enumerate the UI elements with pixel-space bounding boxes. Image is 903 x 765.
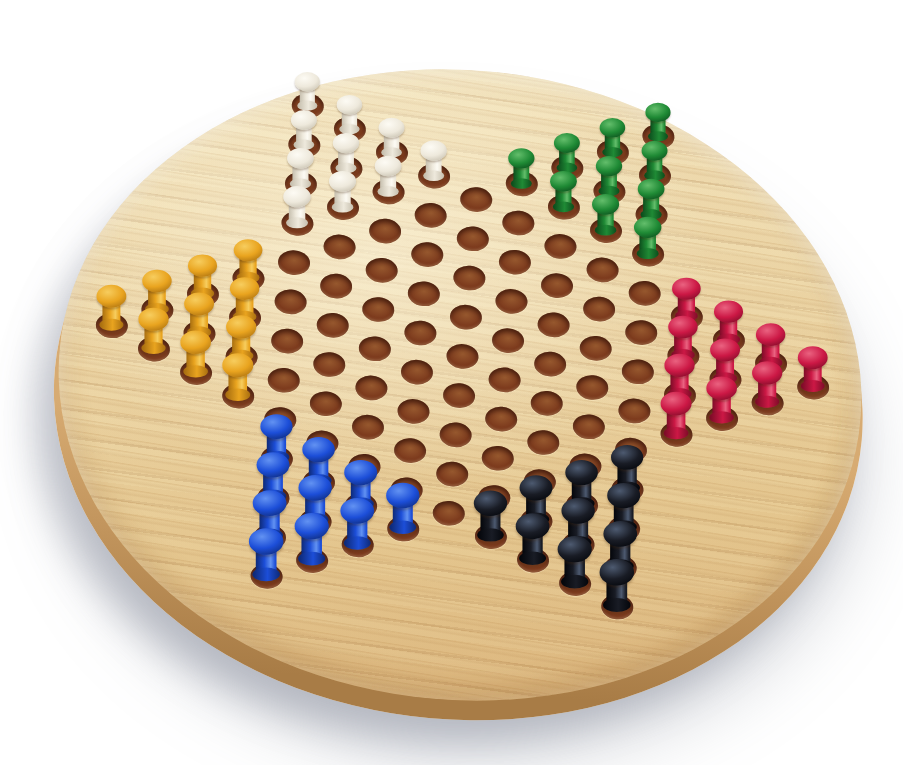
peg-foot: [801, 380, 825, 392]
peg-foot: [183, 365, 208, 377]
board-cell: [309, 304, 356, 347]
peg-green[interactable]: [596, 156, 622, 196]
peg-green[interactable]: [554, 133, 580, 173]
peg-head: [230, 277, 259, 300]
hole[interactable]: [494, 288, 528, 315]
board-cell: [552, 562, 599, 605]
peg-green[interactable]: [600, 118, 626, 157]
peg-head: [379, 118, 405, 138]
peg-white[interactable]: [379, 118, 405, 158]
board-cell: [621, 272, 668, 315]
board-cell: [449, 217, 496, 260]
hole[interactable]: [586, 256, 620, 283]
board-cell: [478, 398, 525, 441]
peg-foot: [553, 201, 574, 212]
board-cell: [267, 280, 314, 323]
board-cell: [624, 233, 671, 276]
peg-foot: [755, 396, 779, 408]
board-cell: [316, 225, 363, 268]
board-cell: [474, 437, 521, 480]
peg-foot: [141, 342, 165, 354]
hole[interactable]: [543, 233, 577, 260]
peg-head: [645, 103, 670, 122]
hole[interactable]: [579, 335, 613, 362]
hole[interactable]: [316, 312, 350, 339]
peg-red[interactable]: [706, 377, 737, 424]
peg-head: [222, 353, 253, 377]
board-cell: [289, 539, 336, 582]
peg-head: [642, 141, 668, 161]
peg-foot: [286, 217, 308, 228]
peg-black[interactable]: [516, 513, 550, 565]
board-cell: [215, 375, 262, 418]
hole[interactable]: [449, 304, 483, 331]
peg-white[interactable]: [283, 186, 311, 228]
hole[interactable]: [277, 249, 311, 276]
peg-head: [664, 354, 694, 377]
peg-green[interactable]: [634, 217, 662, 259]
hole[interactable]: [323, 233, 357, 260]
hole[interactable]: [530, 390, 564, 417]
board-cell: [569, 366, 616, 409]
peg-foot: [561, 575, 588, 589]
board-cell: [614, 350, 661, 393]
peg-foot: [389, 521, 416, 534]
board-cell: [264, 320, 311, 363]
peg-head: [710, 339, 740, 362]
board-cell: [274, 202, 321, 245]
peg-head: [344, 460, 377, 485]
peg-foot: [225, 389, 250, 401]
hole[interactable]: [445, 343, 479, 370]
peg-green[interactable]: [508, 148, 534, 188]
board-cell: [344, 406, 391, 449]
peg-foot: [709, 411, 734, 423]
peg-red[interactable]: [661, 392, 692, 440]
board-cell: [537, 225, 584, 268]
peg-yellow[interactable]: [222, 353, 253, 401]
hole[interactable]: [575, 374, 609, 401]
peg-green[interactable]: [550, 171, 577, 212]
board-cell: [790, 366, 837, 409]
board-cell: [243, 555, 290, 598]
peg-black[interactable]: [600, 559, 635, 612]
peg-green[interactable]: [592, 194, 619, 236]
hole[interactable]: [452, 264, 486, 291]
board-cell: [467, 515, 514, 558]
peg-foot: [423, 170, 444, 181]
peg-blue[interactable]: [249, 528, 284, 581]
hole[interactable]: [267, 367, 301, 394]
peg-head: [253, 490, 287, 516]
peg-green[interactable]: [645, 103, 670, 142]
hole[interactable]: [365, 257, 399, 284]
peg-foot: [511, 178, 532, 189]
board-cell: [365, 170, 412, 213]
board-cell: [594, 585, 641, 628]
peg-head: [600, 118, 626, 138]
hole[interactable]: [403, 319, 437, 346]
board-cell: [407, 194, 454, 237]
peg-head: [672, 278, 701, 300]
hole[interactable]: [270, 327, 304, 354]
board-cell: [533, 264, 580, 307]
board-cell: [435, 374, 482, 417]
board-cell: [432, 413, 479, 456]
chinese-checkers-photo: [0, 0, 903, 765]
hole[interactable]: [400, 359, 434, 386]
hole[interactable]: [582, 295, 616, 322]
board-cell: [334, 523, 381, 566]
board-cell: [579, 248, 626, 291]
peg-blue[interactable]: [340, 498, 374, 550]
board-cell: [527, 343, 574, 386]
peg-yellow[interactable]: [180, 331, 211, 378]
hole[interactable]: [410, 241, 444, 268]
peg-green[interactable]: [638, 179, 665, 220]
peg-yellow[interactable]: [138, 308, 168, 354]
peg-head: [550, 171, 577, 192]
board-cell: [429, 453, 476, 496]
hole[interactable]: [312, 351, 346, 378]
peg-white[interactable]: [375, 156, 402, 197]
board-cell: [400, 272, 447, 315]
peg-head: [558, 536, 592, 562]
peg-head: [302, 437, 335, 462]
board-cell: [302, 382, 349, 425]
peg-foot: [298, 552, 325, 566]
board-cell: [565, 405, 612, 448]
board-cell: [611, 389, 658, 432]
board-cell: [495, 201, 542, 244]
hole[interactable]: [361, 296, 395, 323]
peg-head: [386, 483, 419, 509]
peg-foot: [377, 186, 398, 197]
peg-yellow[interactable]: [96, 285, 126, 331]
board-cell: [270, 241, 317, 284]
board-cell: [313, 265, 360, 308]
board-cell: [172, 351, 219, 394]
hole[interactable]: [459, 186, 493, 213]
peg-head: [752, 361, 782, 384]
board-cell: [572, 327, 619, 370]
board-cell: [397, 311, 444, 354]
hole[interactable]: [498, 249, 532, 276]
peg-head: [96, 285, 126, 308]
hole[interactable]: [309, 390, 343, 417]
peg-white[interactable]: [287, 148, 314, 189]
hole[interactable]: [354, 374, 388, 401]
peg-white[interactable]: [337, 95, 363, 134]
hole[interactable]: [572, 413, 606, 440]
board-cell: [348, 366, 395, 409]
peg-white[interactable]: [291, 110, 317, 150]
peg-head: [226, 315, 256, 338]
peg-black[interactable]: [474, 490, 507, 541]
hole[interactable]: [397, 398, 431, 425]
peg-head: [638, 179, 665, 200]
hole[interactable]: [319, 272, 353, 299]
hole[interactable]: [393, 437, 427, 464]
board-cell: [509, 539, 556, 582]
peg-foot: [664, 427, 689, 439]
hole[interactable]: [526, 429, 560, 456]
peg-head: [600, 559, 635, 585]
hole[interactable]: [621, 358, 655, 385]
peg-head: [287, 148, 314, 169]
peg-head: [260, 414, 292, 439]
board-cell: [358, 249, 405, 292]
peg-blue[interactable]: [386, 483, 419, 534]
peg-head: [611, 445, 643, 470]
hole[interactable]: [537, 311, 571, 338]
board-cell: [260, 359, 307, 402]
peg-foot: [99, 319, 123, 331]
peg-head: [138, 308, 168, 331]
peg-head: [283, 186, 311, 207]
peg-head: [592, 194, 619, 215]
peg-head: [340, 498, 374, 524]
peg-blue[interactable]: [295, 513, 329, 565]
board-cell: [393, 351, 440, 394]
board-cell: [540, 186, 587, 229]
board-cell: [361, 210, 408, 253]
peg-red[interactable]: [752, 361, 782, 407]
peg-head: [607, 483, 640, 508]
hole[interactable]: [617, 397, 651, 424]
peg-head: [714, 300, 743, 322]
board-cell: [576, 288, 623, 331]
board-cell: [439, 335, 486, 378]
board-cell: [425, 492, 472, 535]
board-cell: [404, 233, 451, 276]
board-cell: [530, 303, 577, 346]
board-cell: [653, 413, 700, 456]
peg-head: [234, 239, 263, 261]
board-cell: [88, 304, 135, 347]
hole-grid: [68, 69, 858, 644]
peg-head: [706, 377, 737, 401]
peg-head: [756, 323, 785, 346]
peg-foot: [637, 248, 659, 259]
peg-black[interactable]: [558, 536, 592, 588]
board-cell: [130, 328, 177, 371]
hole[interactable]: [351, 414, 385, 441]
peg-head: [420, 141, 446, 161]
hole[interactable]: [435, 460, 469, 487]
hole[interactable]: [628, 280, 662, 307]
board-cell: [698, 397, 745, 440]
board-cell: [582, 209, 629, 252]
board-cell: [442, 296, 489, 339]
peg-head: [249, 528, 284, 554]
peg-head: [798, 346, 828, 369]
peg-head: [565, 460, 598, 485]
board-cell: [390, 390, 437, 433]
board-cell: [319, 186, 366, 229]
peg-head: [375, 156, 402, 177]
board-cell: [386, 429, 433, 472]
peg-foot: [519, 552, 546, 566]
peg-head: [298, 475, 331, 501]
peg-foot: [595, 225, 617, 236]
peg-white[interactable]: [295, 72, 320, 111]
hole[interactable]: [484, 405, 518, 432]
peg-head: [295, 72, 320, 91]
hole[interactable]: [624, 319, 658, 346]
peg-foot: [603, 598, 631, 612]
peg-head: [668, 316, 697, 339]
hole[interactable]: [491, 327, 525, 354]
peg-head: [520, 475, 553, 500]
peg-head: [257, 452, 290, 477]
hole[interactable]: [481, 445, 515, 472]
peg-head: [180, 331, 211, 355]
peg-head: [184, 292, 214, 315]
board-cell: [306, 343, 353, 386]
peg-head: [561, 498, 594, 524]
peg-head: [596, 156, 622, 176]
hole[interactable]: [488, 366, 522, 393]
board-cell: [453, 178, 500, 221]
peg-head: [142, 270, 171, 293]
peg-head: [188, 254, 217, 276]
peg-head: [333, 133, 359, 153]
peg-white[interactable]: [333, 133, 359, 173]
peg-head: [634, 217, 662, 238]
peg-green[interactable]: [642, 141, 668, 181]
hole[interactable]: [533, 350, 567, 377]
peg-head: [508, 148, 534, 168]
hole[interactable]: [501, 209, 535, 236]
peg-head: [295, 513, 329, 539]
hole[interactable]: [439, 421, 473, 448]
hole[interactable]: [358, 335, 392, 362]
peg-foot: [252, 567, 280, 581]
board-cell: [520, 421, 567, 464]
board-tilt: [17, 10, 903, 760]
board-cell: [481, 358, 528, 401]
board-cell: [491, 241, 538, 284]
hole[interactable]: [368, 217, 402, 244]
board-cell: [484, 319, 531, 362]
hole[interactable]: [414, 202, 448, 229]
peg-head: [337, 95, 363, 115]
peg-white[interactable]: [329, 171, 356, 213]
peg-head: [291, 110, 317, 130]
peg-head: [554, 133, 580, 153]
board-cell: [498, 162, 545, 205]
peg-red[interactable]: [798, 346, 828, 392]
peg-head: [661, 392, 692, 416]
board-cell: [351, 327, 398, 370]
peg-head: [603, 521, 637, 547]
peg-head: [474, 490, 507, 516]
hole[interactable]: [456, 225, 490, 252]
board-cell: [744, 381, 791, 424]
hole[interactable]: [540, 272, 574, 299]
hole[interactable]: [442, 382, 476, 409]
board-cell: [380, 507, 427, 550]
peg-foot: [344, 536, 371, 550]
peg-head: [516, 513, 550, 539]
peg-white[interactable]: [420, 141, 446, 181]
board-cell: [523, 382, 570, 425]
peg-foot: [332, 202, 354, 213]
board-cell: [355, 288, 402, 331]
board-cell: [488, 280, 535, 323]
hole[interactable]: [432, 500, 466, 527]
board-cell: [618, 311, 665, 354]
hole[interactable]: [274, 288, 308, 315]
hole[interactable]: [407, 280, 441, 307]
peg-foot: [477, 528, 504, 541]
board-cell: [410, 155, 457, 198]
peg-head: [329, 171, 356, 192]
board-cell: [446, 256, 493, 299]
